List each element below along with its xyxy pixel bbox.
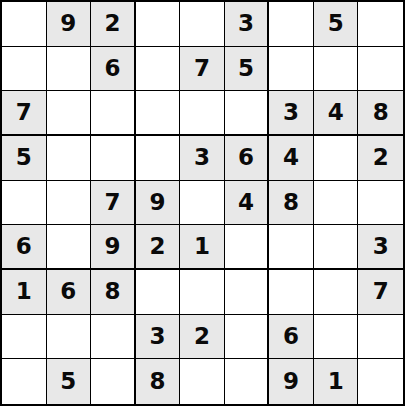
cell-r1c8[interactable]: 5: [314, 2, 359, 47]
given-digit: 4: [238, 191, 254, 214]
cell-r9c6[interactable]: [225, 359, 270, 404]
cell-r8c3[interactable]: [91, 315, 136, 360]
cell-r1c3[interactable]: 2: [91, 2, 136, 47]
cell-r6c7[interactable]: [269, 225, 314, 270]
cell-r3c2[interactable]: [47, 91, 92, 136]
cell-r2c8[interactable]: [314, 47, 359, 92]
cell-r1c2[interactable]: 9: [47, 2, 92, 47]
cell-r5c4[interactable]: 9: [136, 181, 181, 226]
given-digit: 6: [104, 57, 120, 80]
cell-r1c7[interactable]: [269, 2, 314, 47]
given-digit: 1: [16, 280, 32, 303]
given-digit: 3: [283, 101, 299, 124]
cell-r9c9[interactable]: [358, 359, 403, 404]
cell-r4c4[interactable]: [136, 136, 181, 181]
cell-r5c3[interactable]: 7: [91, 181, 136, 226]
given-digit: 4: [283, 146, 299, 169]
cell-r4c6[interactable]: 6: [225, 136, 270, 181]
cell-r4c7[interactable]: 4: [269, 136, 314, 181]
cell-r4c8[interactable]: [314, 136, 359, 181]
given-digit: 6: [283, 325, 299, 348]
cell-r7c4[interactable]: [136, 270, 181, 315]
cell-r1c5[interactable]: [180, 2, 225, 47]
cell-r5c5[interactable]: [180, 181, 225, 226]
cell-r2c1[interactable]: [2, 47, 47, 92]
cell-r4c5[interactable]: 3: [180, 136, 225, 181]
cell-r7c7[interactable]: [269, 270, 314, 315]
cell-r7c6[interactable]: [225, 270, 270, 315]
given-digit: 8: [283, 191, 299, 214]
cell-r8c5[interactable]: 2: [180, 315, 225, 360]
cell-r6c4[interactable]: 2: [136, 225, 181, 270]
cell-r3c1[interactable]: 7: [2, 91, 47, 136]
cell-r7c5[interactable]: [180, 270, 225, 315]
cell-r2c2[interactable]: [47, 47, 92, 92]
given-digit: 2: [149, 235, 165, 258]
cell-r7c3[interactable]: 8: [91, 270, 136, 315]
cell-r4c1[interactable]: 5: [2, 136, 47, 181]
given-digit: 3: [238, 12, 254, 35]
given-digit: 7: [194, 57, 210, 80]
given-digit: 9: [104, 235, 120, 258]
given-digit: 8: [149, 370, 165, 393]
given-digit: 5: [16, 146, 32, 169]
cell-r2c4[interactable]: [136, 47, 181, 92]
cell-r6c1[interactable]: 6: [2, 225, 47, 270]
cell-r1c1[interactable]: [2, 2, 47, 47]
cell-r3c9[interactable]: 8: [358, 91, 403, 136]
cell-r9c4[interactable]: 8: [136, 359, 181, 404]
cell-r5c6[interactable]: 4: [225, 181, 270, 226]
given-digit: 6: [60, 280, 76, 303]
given-digit: 2: [194, 325, 210, 348]
given-digit: 2: [373, 146, 389, 169]
cell-r8c8[interactable]: [314, 315, 359, 360]
cell-r3c7[interactable]: 3: [269, 91, 314, 136]
cell-r8c9[interactable]: [358, 315, 403, 360]
given-digit: 7: [373, 280, 389, 303]
given-digit: 5: [60, 370, 76, 393]
given-digit: 9: [283, 370, 299, 393]
cell-r8c7[interactable]: 6: [269, 315, 314, 360]
cell-r5c2[interactable]: [47, 181, 92, 226]
cell-r9c1[interactable]: [2, 359, 47, 404]
cell-r5c1[interactable]: [2, 181, 47, 226]
page: 923567573485364279486921316873265891: [0, 0, 408, 409]
given-digit: 3: [373, 235, 389, 258]
cell-r8c1[interactable]: [2, 315, 47, 360]
cell-r7c1[interactable]: 1: [2, 270, 47, 315]
cell-r6c6[interactable]: [225, 225, 270, 270]
cell-r7c8[interactable]: [314, 270, 359, 315]
given-digit: 5: [238, 57, 254, 80]
cell-r7c2[interactable]: 6: [47, 270, 92, 315]
cell-r2c6[interactable]: 5: [225, 47, 270, 92]
cell-r4c2[interactable]: [47, 136, 92, 181]
given-digit: 5: [328, 12, 344, 35]
given-digit: 9: [60, 12, 76, 35]
cell-r1c9[interactable]: [358, 2, 403, 47]
cell-r4c3[interactable]: [91, 136, 136, 181]
cell-r1c6[interactable]: 3: [225, 2, 270, 47]
given-digit: 8: [373, 101, 389, 124]
cell-r9c8[interactable]: 1: [314, 359, 359, 404]
cell-r6c9[interactable]: 3: [358, 225, 403, 270]
cell-r5c8[interactable]: [314, 181, 359, 226]
cell-r5c7[interactable]: 8: [269, 181, 314, 226]
cell-r9c7[interactable]: 9: [269, 359, 314, 404]
cell-r2c9[interactable]: [358, 47, 403, 92]
cell-r7c9[interactable]: 7: [358, 270, 403, 315]
given-digit: 6: [16, 235, 32, 258]
cell-r5c9[interactable]: [358, 181, 403, 226]
cell-r6c2[interactable]: [47, 225, 92, 270]
given-digit: 6: [238, 146, 254, 169]
given-digit: 3: [149, 325, 165, 348]
cell-r3c6[interactable]: [225, 91, 270, 136]
cell-r2c3[interactable]: 6: [91, 47, 136, 92]
cell-r8c2[interactable]: [47, 315, 92, 360]
given-digit: 7: [104, 191, 120, 214]
cell-r9c2[interactable]: 5: [47, 359, 92, 404]
cell-r3c8[interactable]: 4: [314, 91, 359, 136]
given-digit: 9: [149, 191, 165, 214]
sudoku-board: 923567573485364279486921316873265891: [0, 0, 405, 406]
given-digit: 8: [104, 280, 120, 303]
cell-r6c8[interactable]: [314, 225, 359, 270]
given-digit: 3: [194, 146, 210, 169]
cell-r9c5[interactable]: [180, 359, 225, 404]
given-digit: 4: [328, 101, 344, 124]
cell-r9c3[interactable]: [91, 359, 136, 404]
cell-r1c4[interactable]: [136, 2, 181, 47]
given-digit: 2: [104, 12, 120, 35]
cell-r4c9[interactable]: 2: [358, 136, 403, 181]
cell-r3c3[interactable]: [91, 91, 136, 136]
given-digit: 1: [328, 370, 344, 393]
cell-r6c3[interactable]: 9: [91, 225, 136, 270]
given-digit: 7: [16, 101, 32, 124]
cell-r2c7[interactable]: [269, 47, 314, 92]
cell-r8c4[interactable]: 3: [136, 315, 181, 360]
cell-r6c5[interactable]: 1: [180, 225, 225, 270]
cell-r3c5[interactable]: [180, 91, 225, 136]
cell-r2c5[interactable]: 7: [180, 47, 225, 92]
given-digit: 1: [194, 235, 210, 258]
cell-r3c4[interactable]: [136, 91, 181, 136]
cell-r8c6[interactable]: [225, 315, 270, 360]
